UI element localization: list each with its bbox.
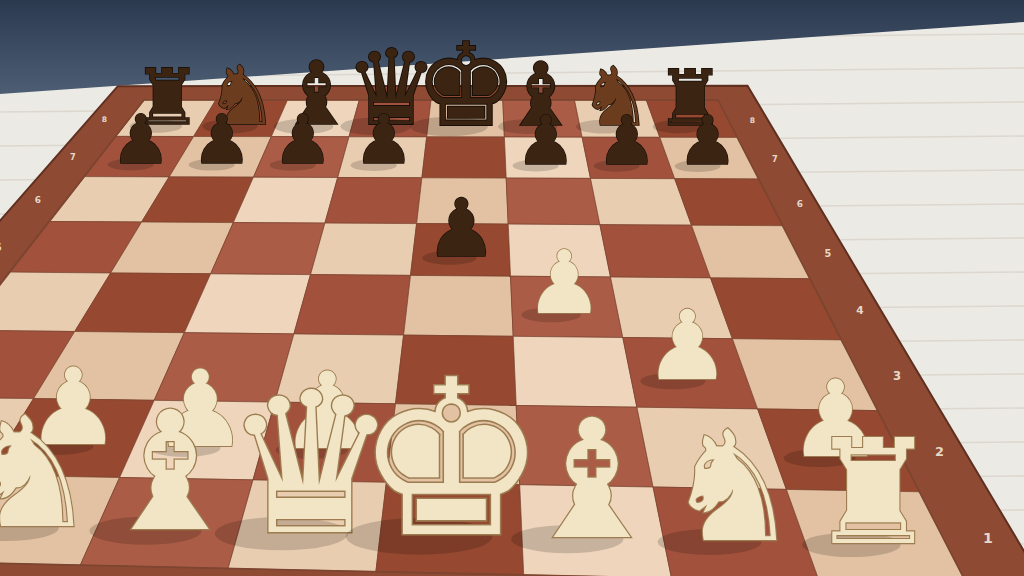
rank-label-left-6: 6 xyxy=(35,195,41,205)
rank-label-right-7: 7 xyxy=(772,154,778,164)
rank-label-right-4: 4 xyxy=(856,304,863,316)
white-bishop-f1[interactable]: ♝ xyxy=(518,384,666,576)
white-knight-b1[interactable]: ♞ xyxy=(0,384,98,562)
chessboard-photo: 8877665544332211♜♞♝♛♚♝♞♜♟♟♟♟♟♟♟♟♟♟♟♟♟♟♞♝… xyxy=(0,0,1024,576)
square-d4[interactable] xyxy=(294,275,411,336)
white-rook-h1[interactable]: ♜ xyxy=(808,408,938,576)
black-pawn-a7[interactable]: ♟ xyxy=(111,100,172,179)
black-pawn-h7[interactable]: ♟ xyxy=(677,101,738,180)
board-scene: 8877665544332211♜♞♝♛♚♝♞♜♟♟♟♟♟♟♟♟♟♟♟♟♟♟♞♝… xyxy=(0,0,1024,576)
rank-label-right-6: 6 xyxy=(797,199,803,209)
white-knight-g1[interactable]: ♞ xyxy=(664,398,801,576)
black-pawn-f7[interactable]: ♟ xyxy=(515,101,576,180)
square-f6[interactable] xyxy=(506,178,600,225)
black-pawn-b7[interactable]: ♟ xyxy=(192,100,253,179)
square-d5[interactable] xyxy=(311,223,417,275)
square-d6[interactable] xyxy=(325,178,422,224)
black-pawn-g7[interactable]: ♟ xyxy=(596,101,657,180)
square-g6[interactable] xyxy=(591,178,692,225)
rank-label-left-8: 8 xyxy=(102,115,107,124)
rank-label-right-8: 8 xyxy=(750,116,755,125)
black-pawn-e5[interactable]: ♟ xyxy=(426,182,498,275)
rank-label-right-3: 3 xyxy=(893,369,901,383)
rank-label-left-5: 5 xyxy=(0,242,2,253)
black-pawn-c7[interactable]: ♟ xyxy=(272,100,333,179)
rank-label-right-5: 5 xyxy=(825,248,832,259)
rank-label-right-1: 1 xyxy=(983,530,993,546)
square-e4[interactable] xyxy=(404,275,514,336)
white-pawn-f4[interactable]: ♟ xyxy=(525,232,604,334)
rank-label-left-7: 7 xyxy=(70,152,76,162)
black-pawn-d7[interactable]: ♟ xyxy=(353,100,414,179)
